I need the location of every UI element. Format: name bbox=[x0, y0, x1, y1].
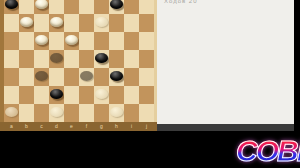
board-square[interactable] bbox=[94, 68, 109, 86]
board-square[interactable] bbox=[79, 0, 94, 14]
board-square[interactable] bbox=[79, 32, 94, 50]
board-square[interactable] bbox=[94, 104, 109, 122]
file-label: d bbox=[49, 123, 64, 129]
board-square[interactable] bbox=[124, 32, 139, 50]
board-square[interactable] bbox=[139, 0, 154, 14]
board-square[interactable] bbox=[139, 86, 154, 104]
board-frame-left bbox=[0, 0, 4, 122]
white-piece[interactable] bbox=[20, 17, 33, 27]
panel-bottom-edge bbox=[157, 124, 294, 131]
board-square[interactable] bbox=[94, 14, 109, 32]
board-square[interactable] bbox=[64, 68, 79, 86]
black-ghost-piece[interactable] bbox=[50, 53, 63, 63]
board-square[interactable] bbox=[109, 68, 124, 86]
black-ghost-piece[interactable] bbox=[35, 71, 48, 81]
board-square[interactable] bbox=[139, 50, 154, 68]
black-ghost-piece[interactable] bbox=[80, 71, 93, 81]
white-piece[interactable] bbox=[65, 35, 78, 45]
board-square[interactable] bbox=[124, 14, 139, 32]
file-label: f bbox=[79, 123, 94, 129]
file-labels: abcdefghij bbox=[4, 123, 154, 129]
panel-header-text: Ходов 20 bbox=[164, 0, 198, 4]
board-square[interactable] bbox=[139, 68, 154, 86]
board-square[interactable] bbox=[49, 104, 64, 122]
board-square[interactable] bbox=[49, 86, 64, 104]
white-ghost-piece[interactable] bbox=[50, 107, 63, 117]
board-square[interactable] bbox=[139, 104, 154, 122]
black-piece[interactable] bbox=[50, 89, 63, 99]
board-square[interactable] bbox=[124, 104, 139, 122]
board-square[interactable] bbox=[19, 32, 34, 50]
board-square[interactable] bbox=[4, 14, 19, 32]
move-list-panel: Ходов 20 bbox=[157, 0, 294, 124]
file-label: c bbox=[34, 123, 49, 129]
board-square[interactable] bbox=[4, 32, 19, 50]
board-square[interactable] bbox=[34, 50, 49, 68]
board-square[interactable] bbox=[19, 0, 34, 14]
board-square[interactable] bbox=[124, 86, 139, 104]
file-label: b bbox=[19, 123, 34, 129]
board-square[interactable] bbox=[19, 104, 34, 122]
file-label: e bbox=[64, 123, 79, 129]
board-square[interactable] bbox=[34, 14, 49, 32]
board-square[interactable] bbox=[124, 50, 139, 68]
board-square[interactable] bbox=[94, 32, 109, 50]
board-square[interactable] bbox=[109, 14, 124, 32]
file-label: a bbox=[4, 123, 19, 129]
file-label: h bbox=[109, 123, 124, 129]
board-square[interactable] bbox=[94, 50, 109, 68]
black-piece[interactable] bbox=[110, 0, 123, 9]
board-square[interactable] bbox=[64, 14, 79, 32]
board-square[interactable] bbox=[109, 50, 124, 68]
board-square[interactable] bbox=[64, 104, 79, 122]
board-square[interactable] bbox=[139, 14, 154, 32]
board-square[interactable] bbox=[34, 68, 49, 86]
board-frame-bottom: abcdefghij bbox=[0, 122, 157, 131]
board-square[interactable] bbox=[49, 14, 64, 32]
board-square[interactable] bbox=[124, 0, 139, 14]
board-square[interactable] bbox=[79, 68, 94, 86]
cobi-logo: COBI bbox=[236, 135, 300, 167]
white-ghost-piece[interactable] bbox=[95, 89, 108, 99]
file-label: i bbox=[124, 123, 139, 129]
board-square[interactable] bbox=[4, 50, 19, 68]
board-square[interactable] bbox=[4, 68, 19, 86]
board-square[interactable] bbox=[79, 50, 94, 68]
board-square[interactable] bbox=[34, 0, 49, 14]
board-square[interactable] bbox=[79, 14, 94, 32]
board-square[interactable] bbox=[139, 32, 154, 50]
board-square[interactable] bbox=[64, 50, 79, 68]
board-square[interactable] bbox=[94, 0, 109, 14]
board-square[interactable] bbox=[64, 86, 79, 104]
white-piece[interactable] bbox=[35, 35, 48, 45]
board-square[interactable] bbox=[19, 14, 34, 32]
board-square[interactable] bbox=[19, 68, 34, 86]
board-square[interactable] bbox=[109, 104, 124, 122]
board-square[interactable] bbox=[49, 68, 64, 86]
file-label: j bbox=[139, 123, 154, 129]
black-piece[interactable] bbox=[95, 53, 108, 63]
file-label: g bbox=[94, 123, 109, 129]
board-square[interactable] bbox=[34, 86, 49, 104]
board-square[interactable] bbox=[64, 32, 79, 50]
board-square[interactable] bbox=[79, 86, 94, 104]
board-square[interactable] bbox=[19, 86, 34, 104]
board-square[interactable] bbox=[4, 0, 19, 14]
board-square[interactable] bbox=[19, 50, 34, 68]
board-square[interactable] bbox=[94, 86, 109, 104]
black-piece[interactable] bbox=[5, 0, 18, 9]
board-square[interactable] bbox=[49, 0, 64, 14]
board-square[interactable] bbox=[4, 104, 19, 122]
board-grid[interactable] bbox=[4, 0, 154, 122]
board-square[interactable] bbox=[124, 68, 139, 86]
board-square[interactable] bbox=[49, 32, 64, 50]
board-square[interactable] bbox=[109, 32, 124, 50]
white-piece[interactable] bbox=[50, 17, 63, 27]
board-square[interactable] bbox=[64, 0, 79, 14]
white-ghost-piece[interactable] bbox=[5, 107, 18, 117]
board-square[interactable] bbox=[49, 50, 64, 68]
white-piece[interactable] bbox=[35, 0, 48, 9]
app-window: abcdefghij Ходов 20 COBI bbox=[0, 0, 300, 168]
board-square[interactable] bbox=[109, 86, 124, 104]
white-ghost-piece[interactable] bbox=[95, 17, 108, 27]
black-piece[interactable] bbox=[110, 71, 123, 81]
white-ghost-piece[interactable] bbox=[110, 107, 123, 117]
board-square[interactable] bbox=[109, 0, 124, 14]
board-square[interactable] bbox=[34, 104, 49, 122]
board-square[interactable] bbox=[4, 86, 19, 104]
board-square[interactable] bbox=[34, 32, 49, 50]
board-square[interactable] bbox=[79, 104, 94, 122]
checkers-board[interactable]: abcdefghij bbox=[0, 0, 157, 131]
